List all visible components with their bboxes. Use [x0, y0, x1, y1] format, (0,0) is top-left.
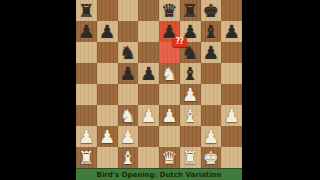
square-b5[interactable] — [97, 63, 118, 84]
piece-white-pawn[interactable]: ♟ — [182, 85, 198, 103]
square-d1[interactable] — [138, 147, 159, 168]
piece-white-rook[interactable]: ♜ — [78, 148, 94, 166]
square-h7[interactable]: ♟ — [221, 21, 242, 42]
piece-white-rook[interactable]: ♜ — [182, 148, 198, 166]
square-c8[interactable] — [118, 0, 139, 21]
video-frame: ♜♛♜♚♟♟♟♟♝♟♞♞♟♟♟♞♝♟♞♟♟♝♟♟♟♟♟♜♝♛♜♚?? Bird'… — [0, 0, 320, 180]
square-h3[interactable]: ♟ — [221, 105, 242, 126]
piece-black-pawn[interactable]: ♟ — [78, 22, 94, 40]
piece-black-bishop[interactable]: ♝ — [182, 64, 198, 82]
square-g2[interactable]: ♟ — [201, 126, 222, 147]
square-a7[interactable]: ♟ — [76, 21, 97, 42]
square-g3[interactable] — [201, 105, 222, 126]
square-g4[interactable] — [201, 84, 222, 105]
piece-white-pawn[interactable]: ♟ — [224, 106, 240, 124]
square-d8[interactable] — [138, 0, 159, 21]
square-d3[interactable]: ♟ — [138, 105, 159, 126]
square-c5[interactable]: ♟ — [118, 63, 139, 84]
square-f4[interactable]: ♟ — [180, 84, 201, 105]
square-f8[interactable]: ♜ — [180, 0, 201, 21]
blunder-badge: ?? — [172, 37, 187, 47]
square-d4[interactable] — [138, 84, 159, 105]
piece-black-pawn[interactable]: ♟ — [141, 64, 157, 82]
square-f2[interactable] — [180, 126, 201, 147]
square-g6[interactable]: ♟ — [201, 42, 222, 63]
piece-black-rook[interactable]: ♜ — [78, 1, 94, 19]
opening-caption-bar: Bird's Opening: Dutch Variation — [76, 168, 242, 180]
piece-white-pawn[interactable]: ♟ — [203, 127, 219, 145]
square-h8[interactable] — [221, 0, 242, 21]
square-h1[interactable] — [221, 147, 242, 168]
piece-black-pawn[interactable]: ♟ — [203, 43, 219, 61]
letterbox-left — [0, 0, 76, 180]
square-d2[interactable] — [138, 126, 159, 147]
square-d7[interactable] — [138, 21, 159, 42]
square-a3[interactable] — [76, 105, 97, 126]
square-b7[interactable]: ♟ — [97, 21, 118, 42]
piece-white-pawn[interactable]: ♟ — [120, 127, 136, 145]
square-g7[interactable]: ♝ — [201, 21, 222, 42]
square-e5[interactable]: ♞ — [159, 63, 180, 84]
square-c7[interactable] — [118, 21, 139, 42]
square-c3[interactable]: ♞ — [118, 105, 139, 126]
piece-white-pawn[interactable]: ♟ — [161, 106, 177, 124]
square-a8[interactable]: ♜ — [76, 0, 97, 21]
piece-black-king[interactable]: ♚ — [203, 1, 219, 19]
piece-white-bishop[interactable]: ♝ — [182, 106, 198, 124]
square-c6[interactable]: ♞ — [118, 42, 139, 63]
piece-white-bishop[interactable]: ♝ — [120, 148, 136, 166]
piece-black-knight[interactable]: ♞ — [120, 43, 136, 61]
square-b6[interactable] — [97, 42, 118, 63]
square-c4[interactable] — [118, 84, 139, 105]
square-a4[interactable] — [76, 84, 97, 105]
square-b3[interactable] — [97, 105, 118, 126]
piece-black-pawn[interactable]: ♟ — [224, 22, 240, 40]
piece-white-knight[interactable]: ♞ — [161, 64, 177, 82]
square-b8[interactable] — [97, 0, 118, 21]
piece-white-pawn[interactable]: ♟ — [78, 127, 94, 145]
piece-white-queen[interactable]: ♛ — [161, 148, 177, 166]
square-e1[interactable]: ♛ — [159, 147, 180, 168]
square-e3[interactable]: ♟ — [159, 105, 180, 126]
square-g1[interactable]: ♚ — [201, 147, 222, 168]
square-c2[interactable]: ♟ — [118, 126, 139, 147]
piece-black-queen[interactable]: ♛ — [161, 1, 177, 19]
square-f1[interactable]: ♜ — [180, 147, 201, 168]
square-e2[interactable] — [159, 126, 180, 147]
letterbox-right — [242, 0, 320, 180]
square-c1[interactable]: ♝ — [118, 147, 139, 168]
square-f5[interactable]: ♝ — [180, 63, 201, 84]
square-f3[interactable]: ♝ — [180, 105, 201, 126]
square-b1[interactable] — [97, 147, 118, 168]
square-d5[interactable]: ♟ — [138, 63, 159, 84]
square-a2[interactable]: ♟ — [76, 126, 97, 147]
piece-black-bishop[interactable]: ♝ — [203, 22, 219, 40]
piece-black-pawn[interactable]: ♟ — [99, 22, 115, 40]
piece-white-pawn[interactable]: ♟ — [99, 127, 115, 145]
square-h2[interactable] — [221, 126, 242, 147]
piece-white-knight[interactable]: ♞ — [120, 106, 136, 124]
square-e8[interactable]: ♛ — [159, 0, 180, 21]
square-a6[interactable] — [76, 42, 97, 63]
square-e4[interactable] — [159, 84, 180, 105]
piece-white-king[interactable]: ♚ — [203, 148, 219, 166]
square-a5[interactable] — [76, 63, 97, 84]
piece-black-pawn[interactable]: ♟ — [120, 64, 136, 82]
square-h6[interactable] — [221, 42, 242, 63]
piece-white-pawn[interactable]: ♟ — [141, 106, 157, 124]
square-d6[interactable] — [138, 42, 159, 63]
square-b4[interactable] — [97, 84, 118, 105]
square-h5[interactable] — [221, 63, 242, 84]
opening-caption-text: Bird's Opening: Dutch Variation — [97, 171, 222, 179]
square-h4[interactable] — [221, 84, 242, 105]
chess-board[interactable]: ♜♛♜♚♟♟♟♟♝♟♞♞♟♟♟♞♝♟♞♟♟♝♟♟♟♟♟♜♝♛♜♚?? — [76, 0, 242, 168]
square-g5[interactable] — [201, 63, 222, 84]
square-g8[interactable]: ♚ — [201, 0, 222, 21]
square-a1[interactable]: ♜ — [76, 147, 97, 168]
square-b2[interactable]: ♟ — [97, 126, 118, 147]
piece-black-rook[interactable]: ♜ — [182, 1, 198, 19]
